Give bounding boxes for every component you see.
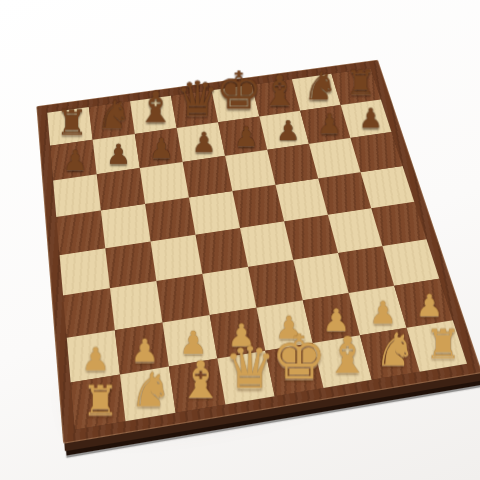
piece-white-knight[interactable]: ♞ — [374, 327, 415, 373]
piece-black-pawn[interactable]: ♟ — [358, 106, 382, 133]
square-h8[interactable]: ♜ — [331, 68, 380, 105]
chess-board-frame: ♜♞♝♛♚♝♞♜♟♟♟♟♟♟♟♟♟♟♟♟♟♟♟♟♜♞♝♛♚♝♞♜ — [36, 60, 480, 444]
square-c7[interactable]: ♟ — [135, 128, 183, 168]
square-g7[interactable]: ♟ — [300, 105, 350, 144]
piece-black-pawn[interactable]: ♟ — [105, 141, 130, 169]
square-d6[interactable] — [183, 156, 233, 198]
piece-black-pawn[interactable]: ♟ — [191, 129, 216, 157]
square-a6[interactable] — [53, 174, 101, 217]
square-g8[interactable]: ♞ — [292, 74, 341, 111]
square-b6[interactable] — [97, 168, 145, 210]
square-d1[interactable]: ♛ — [217, 351, 274, 405]
square-b1[interactable]: ♞ — [120, 366, 176, 421]
square-h7[interactable]: ♟ — [341, 99, 392, 137]
square-e6[interactable] — [225, 150, 275, 191]
piece-black-bishop[interactable]: ♝ — [136, 86, 175, 129]
piece-black-pawn[interactable]: ♟ — [233, 123, 258, 151]
square-c1[interactable]: ♝ — [169, 359, 226, 413]
square-d4[interactable] — [195, 228, 248, 274]
board-perspective-wrapper: ♜♞♝♛♚♝♞♜♟♟♟♟♟♟♟♟♟♟♟♟♟♟♟♟♜♞♝♛♚♝♞♜ — [49, 37, 431, 419]
square-c6[interactable] — [140, 162, 189, 204]
piece-white-king[interactable]: ♚ — [271, 327, 326, 389]
square-f6[interactable] — [267, 144, 318, 185]
piece-black-pawn[interactable]: ♟ — [317, 111, 341, 138]
square-c3[interactable] — [156, 274, 209, 323]
square-c4[interactable] — [151, 235, 203, 281]
piece-black-king[interactable]: ♚ — [215, 65, 262, 117]
piece-white-bishop[interactable]: ♝ — [324, 330, 369, 381]
square-d8[interactable]: ♛ — [171, 90, 218, 128]
square-b8[interactable]: ♞ — [89, 101, 135, 139]
square-a1[interactable]: ♜ — [71, 374, 126, 429]
square-f8[interactable]: ♝ — [252, 79, 300, 116]
square-h4[interactable] — [371, 202, 426, 246]
piece-white-pawn[interactable]: ♟ — [81, 344, 110, 376]
piece-white-rook[interactable]: ♜ — [424, 325, 460, 365]
piece-black-queen[interactable]: ♛ — [175, 75, 218, 123]
square-b7[interactable]: ♟ — [93, 134, 140, 174]
square-a7[interactable]: ♟ — [50, 140, 97, 181]
square-f5[interactable] — [275, 178, 327, 221]
square-e4[interactable] — [240, 221, 293, 266]
square-b4[interactable] — [105, 241, 156, 288]
square-g5[interactable] — [318, 172, 371, 215]
piece-white-rook[interactable]: ♜ — [81, 381, 118, 423]
square-f7[interactable]: ♟ — [259, 111, 309, 150]
square-a8[interactable]: ♜ — [47, 107, 92, 146]
piece-black-bishop[interactable]: ♝ — [260, 69, 298, 111]
square-c5[interactable] — [145, 197, 195, 241]
square-e5[interactable] — [232, 185, 284, 228]
square-e7[interactable]: ♟ — [218, 116, 267, 155]
piece-white-bishop[interactable]: ♝ — [177, 354, 223, 405]
square-g6[interactable] — [309, 138, 361, 179]
piece-white-pawn[interactable]: ♟ — [415, 290, 443, 321]
chess-board: ♜♞♝♛♚♝♞♜♟♟♟♟♟♟♟♟♟♟♟♟♟♟♟♟♜♞♝♛♚♝♞♜ — [47, 68, 467, 429]
piece-black-rook[interactable]: ♜ — [345, 66, 375, 100]
square-g4[interactable] — [328, 208, 383, 253]
piece-black-knight[interactable]: ♞ — [303, 67, 338, 106]
square-h6[interactable] — [350, 132, 402, 172]
square-d5[interactable] — [189, 191, 240, 235]
piece-black-rook[interactable]: ♜ — [56, 106, 87, 141]
piece-black-pawn[interactable]: ♟ — [62, 147, 87, 175]
square-d7[interactable]: ♟ — [177, 122, 225, 162]
piece-white-queen[interactable]: ♛ — [224, 339, 276, 397]
piece-black-knight[interactable]: ♞ — [96, 95, 131, 134]
piece-black-pawn[interactable]: ♟ — [148, 135, 173, 163]
square-c8[interactable]: ♝ — [130, 96, 177, 134]
piece-black-pawn[interactable]: ♟ — [275, 117, 300, 144]
piece-white-knight[interactable]: ♞ — [129, 367, 171, 414]
square-b5[interactable] — [101, 204, 151, 248]
square-e8[interactable]: ♚ — [212, 85, 260, 123]
photo-background: ♜♞♝♛♚♝♞♜♟♟♟♟♟♟♟♟♟♟♟♟♟♟♟♟♜♞♝♛♚♝♞♜ — [0, 0, 480, 480]
square-h5[interactable] — [361, 166, 415, 208]
